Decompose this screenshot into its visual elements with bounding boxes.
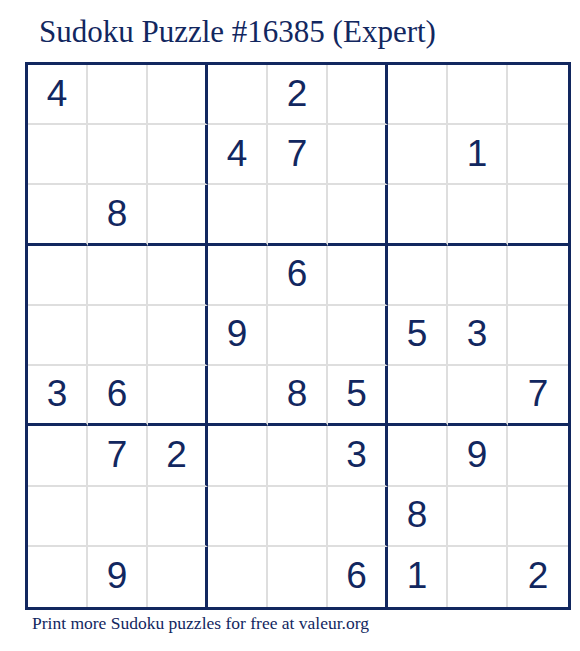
cell-r7c9: [508, 426, 568, 486]
cell-r4c6: [328, 246, 388, 306]
cell-r9c4: [208, 547, 268, 607]
sudoku-board: 424718695336857723989612: [25, 62, 571, 610]
cell-r7c5: [268, 426, 328, 486]
cell-r9c7: 1: [388, 547, 448, 607]
cell-r2c8: 1: [448, 125, 508, 185]
cell-r1c4: [208, 65, 268, 125]
cell-r7c4: [208, 426, 268, 486]
cell-r6c9: 7: [508, 366, 568, 426]
cell-r4c9: [508, 246, 568, 306]
cell-r5c8: 3: [448, 306, 508, 366]
cell-r2c9: [508, 125, 568, 185]
cell-r6c5: 8: [268, 366, 328, 426]
cell-r5c4: 9: [208, 306, 268, 366]
cell-r8c4: [208, 487, 268, 547]
cell-r5c3: [148, 306, 208, 366]
cell-r1c3: [148, 65, 208, 125]
cell-r6c6: 5: [328, 366, 388, 426]
cell-r5c9: [508, 306, 568, 366]
cell-r2c4: 4: [208, 125, 268, 185]
cell-r9c6: 6: [328, 547, 388, 607]
cell-r6c3: [148, 366, 208, 426]
cell-r9c5: [268, 547, 328, 607]
cell-r8c1: [28, 487, 88, 547]
page-title: Sudoku Puzzle #16385 (Expert): [39, 14, 436, 50]
cell-r8c5: [268, 487, 328, 547]
cell-r2c5: 7: [268, 125, 328, 185]
cell-r3c3: [148, 185, 208, 245]
cell-r9c9: 2: [508, 547, 568, 607]
cell-r5c5: [268, 306, 328, 366]
cell-r1c7: [388, 65, 448, 125]
cell-r8c8: [448, 487, 508, 547]
cell-r2c7: [388, 125, 448, 185]
cell-r1c6: [328, 65, 388, 125]
cell-r2c1: [28, 125, 88, 185]
cell-r2c2: [88, 125, 148, 185]
cell-r4c5: 6: [268, 246, 328, 306]
cell-r7c6: 3: [328, 426, 388, 486]
cell-r3c5: [268, 185, 328, 245]
cell-r9c8: [448, 547, 508, 607]
cell-r1c1: 4: [28, 65, 88, 125]
cell-r7c1: [28, 426, 88, 486]
cell-r6c4: [208, 366, 268, 426]
cell-r1c8: [448, 65, 508, 125]
cell-r8c3: [148, 487, 208, 547]
cell-r6c1: 3: [28, 366, 88, 426]
cell-r6c8: [448, 366, 508, 426]
cell-r6c2: 6: [88, 366, 148, 426]
cell-r8c6: [328, 487, 388, 547]
cell-r4c4: [208, 246, 268, 306]
cell-r7c7: [388, 426, 448, 486]
cell-r7c2: 7: [88, 426, 148, 486]
cell-r4c8: [448, 246, 508, 306]
cell-r5c7: 5: [388, 306, 448, 366]
cell-r1c9: [508, 65, 568, 125]
cell-r3c1: [28, 185, 88, 245]
cell-r6c7: [388, 366, 448, 426]
footer-text: Print more Sudoku puzzles for free at va…: [32, 613, 369, 634]
cell-r3c2: 8: [88, 185, 148, 245]
cell-r8c2: [88, 487, 148, 547]
cell-r4c7: [388, 246, 448, 306]
cell-r9c1: [28, 547, 88, 607]
cell-r5c2: [88, 306, 148, 366]
cell-r4c1: [28, 246, 88, 306]
cell-r3c7: [388, 185, 448, 245]
cell-r9c3: [148, 547, 208, 607]
cell-r5c1: [28, 306, 88, 366]
cell-r1c2: [88, 65, 148, 125]
cell-r1c5: 2: [268, 65, 328, 125]
cell-r8c9: [508, 487, 568, 547]
cell-r2c6: [328, 125, 388, 185]
cell-r3c6: [328, 185, 388, 245]
cell-r3c8: [448, 185, 508, 245]
cell-r7c3: 2: [148, 426, 208, 486]
cell-r3c4: [208, 185, 268, 245]
cell-r3c9: [508, 185, 568, 245]
cell-r4c3: [148, 246, 208, 306]
cell-r5c6: [328, 306, 388, 366]
cell-r4c2: [88, 246, 148, 306]
cell-r2c3: [148, 125, 208, 185]
cell-r7c8: 9: [448, 426, 508, 486]
cell-r9c2: 9: [88, 547, 148, 607]
cell-r8c7: 8: [388, 487, 448, 547]
